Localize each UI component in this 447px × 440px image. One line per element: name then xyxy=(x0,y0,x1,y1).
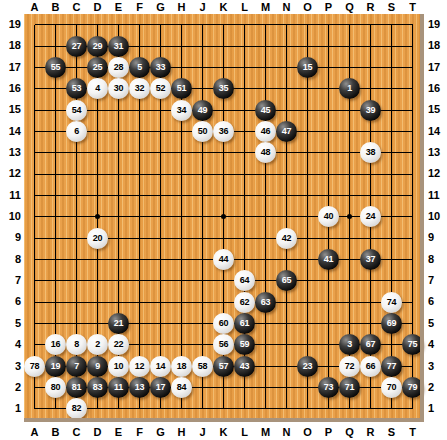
intersection-R16[interactable] xyxy=(360,78,381,99)
intersection-N14[interactable]: 47 xyxy=(276,121,297,142)
intersection-B4[interactable]: 16 xyxy=(45,334,66,355)
intersection-K5[interactable]: 60 xyxy=(213,313,234,334)
intersection-O7[interactable] xyxy=(297,270,318,291)
intersection-J12[interactable] xyxy=(192,163,213,184)
intersection-C7[interactable] xyxy=(66,270,87,291)
intersection-Q3[interactable]: 72 xyxy=(339,356,360,377)
intersection-O14[interactable] xyxy=(297,121,318,142)
intersection-C8[interactable] xyxy=(66,249,87,270)
intersection-O19[interactable] xyxy=(297,14,318,35)
intersection-E11[interactable] xyxy=(108,185,129,206)
intersection-D9[interactable]: 20 xyxy=(87,227,108,248)
intersection-N12[interactable] xyxy=(276,163,297,184)
intersection-R1[interactable] xyxy=(360,398,381,419)
intersection-R14[interactable] xyxy=(360,121,381,142)
intersection-M13[interactable]: 48 xyxy=(255,142,276,163)
intersection-G4[interactable] xyxy=(150,334,171,355)
intersection-M6[interactable]: 63 xyxy=(255,291,276,312)
intersection-R17[interactable] xyxy=(360,57,381,78)
intersection-P7[interactable] xyxy=(318,270,339,291)
intersection-K12[interactable] xyxy=(213,163,234,184)
intersection-B7[interactable] xyxy=(45,270,66,291)
intersection-G1[interactable] xyxy=(150,398,171,419)
intersection-Q4[interactable]: 3 xyxy=(339,334,360,355)
intersection-A1[interactable] xyxy=(24,398,45,419)
intersection-M15[interactable]: 45 xyxy=(255,99,276,120)
intersection-E5[interactable]: 21 xyxy=(108,313,129,334)
intersection-M14[interactable]: 46 xyxy=(255,121,276,142)
intersection-G8[interactable] xyxy=(150,249,171,270)
intersection-Q18[interactable] xyxy=(339,35,360,56)
intersection-E4[interactable]: 22 xyxy=(108,334,129,355)
intersection-D8[interactable] xyxy=(87,249,108,270)
intersection-H2[interactable]: 84 xyxy=(171,377,192,398)
intersection-E1[interactable] xyxy=(108,398,129,419)
intersection-B3[interactable]: 19 xyxy=(45,356,66,377)
intersection-N6[interactable] xyxy=(276,291,297,312)
intersection-L13[interactable] xyxy=(234,142,255,163)
intersection-A11[interactable] xyxy=(24,185,45,206)
intersection-B8[interactable] xyxy=(45,249,66,270)
intersection-G13[interactable] xyxy=(150,142,171,163)
intersection-K9[interactable] xyxy=(213,227,234,248)
intersection-E10[interactable] xyxy=(108,206,129,227)
intersection-A19[interactable] xyxy=(24,14,45,35)
intersection-A12[interactable] xyxy=(24,163,45,184)
intersection-F2[interactable]: 13 xyxy=(129,377,150,398)
intersection-H9[interactable] xyxy=(171,227,192,248)
intersection-H8[interactable] xyxy=(171,249,192,270)
intersection-P2[interactable]: 73 xyxy=(318,377,339,398)
intersection-A5[interactable] xyxy=(24,313,45,334)
intersection-N13[interactable] xyxy=(276,142,297,163)
intersection-H3[interactable]: 18 xyxy=(171,356,192,377)
intersection-A7[interactable] xyxy=(24,270,45,291)
intersection-M3[interactable] xyxy=(255,356,276,377)
intersection-T3[interactable] xyxy=(402,356,423,377)
intersection-N4[interactable] xyxy=(276,334,297,355)
intersection-T9[interactable] xyxy=(402,227,423,248)
intersection-N9[interactable]: 42 xyxy=(276,227,297,248)
intersection-T12[interactable] xyxy=(402,163,423,184)
intersection-D5[interactable] xyxy=(87,313,108,334)
intersection-O6[interactable] xyxy=(297,291,318,312)
intersection-D10[interactable] xyxy=(87,206,108,227)
intersection-S16[interactable] xyxy=(381,78,402,99)
intersection-J8[interactable] xyxy=(192,249,213,270)
intersection-E7[interactable] xyxy=(108,270,129,291)
intersection-A8[interactable] xyxy=(24,249,45,270)
intersection-H19[interactable] xyxy=(171,14,192,35)
intersection-H7[interactable] xyxy=(171,270,192,291)
intersection-C4[interactable]: 8 xyxy=(66,334,87,355)
intersection-N2[interactable] xyxy=(276,377,297,398)
intersection-C2[interactable]: 81 xyxy=(66,377,87,398)
intersection-A3[interactable]: 78 xyxy=(24,356,45,377)
intersection-B13[interactable] xyxy=(45,142,66,163)
intersection-S1[interactable] xyxy=(381,398,402,419)
intersection-J7[interactable] xyxy=(192,270,213,291)
intersection-L3[interactable]: 43 xyxy=(234,356,255,377)
intersection-Q1[interactable] xyxy=(339,398,360,419)
intersection-L7[interactable]: 64 xyxy=(234,270,255,291)
intersection-C14[interactable]: 6 xyxy=(66,121,87,142)
intersection-O2[interactable] xyxy=(297,377,318,398)
intersection-S4[interactable] xyxy=(381,334,402,355)
intersection-Q17[interactable] xyxy=(339,57,360,78)
intersection-A18[interactable] xyxy=(24,35,45,56)
intersection-J17[interactable] xyxy=(192,57,213,78)
intersection-F6[interactable] xyxy=(129,291,150,312)
intersection-F16[interactable]: 32 xyxy=(129,78,150,99)
intersection-Q6[interactable] xyxy=(339,291,360,312)
intersection-C19[interactable] xyxy=(66,14,87,35)
intersection-K18[interactable] xyxy=(213,35,234,56)
intersection-A6[interactable] xyxy=(24,291,45,312)
intersection-C1[interactable]: 82 xyxy=(66,398,87,419)
intersection-A17[interactable] xyxy=(24,57,45,78)
intersection-L10[interactable] xyxy=(234,206,255,227)
intersection-A9[interactable] xyxy=(24,227,45,248)
intersection-E16[interactable]: 30 xyxy=(108,78,129,99)
intersection-R5[interactable] xyxy=(360,313,381,334)
intersection-N16[interactable] xyxy=(276,78,297,99)
intersection-G12[interactable] xyxy=(150,163,171,184)
intersection-M2[interactable] xyxy=(255,377,276,398)
intersection-O4[interactable] xyxy=(297,334,318,355)
intersection-J6[interactable] xyxy=(192,291,213,312)
intersection-P19[interactable] xyxy=(318,14,339,35)
intersection-K6[interactable] xyxy=(213,291,234,312)
intersection-L1[interactable] xyxy=(234,398,255,419)
intersection-M4[interactable] xyxy=(255,334,276,355)
intersection-D1[interactable] xyxy=(87,398,108,419)
intersection-P6[interactable] xyxy=(318,291,339,312)
intersection-S3[interactable]: 77 xyxy=(381,356,402,377)
intersection-B15[interactable] xyxy=(45,99,66,120)
intersection-D6[interactable] xyxy=(87,291,108,312)
intersection-T10[interactable] xyxy=(402,206,423,227)
intersection-R13[interactable]: 38 xyxy=(360,142,381,163)
intersection-H5[interactable] xyxy=(171,313,192,334)
intersection-J14[interactable]: 50 xyxy=(192,121,213,142)
intersection-D11[interactable] xyxy=(87,185,108,206)
intersection-P9[interactable] xyxy=(318,227,339,248)
intersection-L16[interactable] xyxy=(234,78,255,99)
intersection-T4[interactable]: 75 xyxy=(402,334,423,355)
intersection-G11[interactable] xyxy=(150,185,171,206)
intersection-C6[interactable] xyxy=(66,291,87,312)
intersection-N15[interactable] xyxy=(276,99,297,120)
intersection-E3[interactable]: 10 xyxy=(108,356,129,377)
intersection-C5[interactable] xyxy=(66,313,87,334)
intersection-E17[interactable]: 28 xyxy=(108,57,129,78)
intersection-M17[interactable] xyxy=(255,57,276,78)
intersection-K10[interactable] xyxy=(213,206,234,227)
intersection-S17[interactable] xyxy=(381,57,402,78)
intersection-K19[interactable] xyxy=(213,14,234,35)
intersection-L8[interactable] xyxy=(234,249,255,270)
intersection-R6[interactable] xyxy=(360,291,381,312)
intersection-F9[interactable] xyxy=(129,227,150,248)
intersection-A4[interactable] xyxy=(24,334,45,355)
intersection-J4[interactable] xyxy=(192,334,213,355)
intersection-E6[interactable] xyxy=(108,291,129,312)
intersection-A2[interactable] xyxy=(24,377,45,398)
intersection-Q8[interactable] xyxy=(339,249,360,270)
intersection-H13[interactable] xyxy=(171,142,192,163)
intersection-S12[interactable] xyxy=(381,163,402,184)
intersection-F15[interactable] xyxy=(129,99,150,120)
intersection-D16[interactable]: 4 xyxy=(87,78,108,99)
intersection-N17[interactable] xyxy=(276,57,297,78)
intersection-D18[interactable]: 29 xyxy=(87,35,108,56)
intersection-L14[interactable] xyxy=(234,121,255,142)
intersection-Q13[interactable] xyxy=(339,142,360,163)
intersection-T1[interactable] xyxy=(402,398,423,419)
intersection-O1[interactable] xyxy=(297,398,318,419)
intersection-Q14[interactable] xyxy=(339,121,360,142)
intersection-J15[interactable]: 49 xyxy=(192,99,213,120)
intersection-L11[interactable] xyxy=(234,185,255,206)
intersection-T13[interactable] xyxy=(402,142,423,163)
intersection-K17[interactable] xyxy=(213,57,234,78)
intersection-G19[interactable] xyxy=(150,14,171,35)
intersection-G7[interactable] xyxy=(150,270,171,291)
intersection-J18[interactable] xyxy=(192,35,213,56)
intersection-R10[interactable]: 24 xyxy=(360,206,381,227)
intersection-P10[interactable]: 40 xyxy=(318,206,339,227)
intersection-T17[interactable] xyxy=(402,57,423,78)
intersection-Q12[interactable] xyxy=(339,163,360,184)
intersection-D3[interactable]: 9 xyxy=(87,356,108,377)
intersection-H10[interactable] xyxy=(171,206,192,227)
intersection-C15[interactable]: 54 xyxy=(66,99,87,120)
intersection-G6[interactable] xyxy=(150,291,171,312)
intersection-A16[interactable] xyxy=(24,78,45,99)
intersection-O17[interactable]: 15 xyxy=(297,57,318,78)
intersection-T7[interactable] xyxy=(402,270,423,291)
intersection-L6[interactable]: 62 xyxy=(234,291,255,312)
intersection-M12[interactable] xyxy=(255,163,276,184)
intersection-Q7[interactable] xyxy=(339,270,360,291)
intersection-R4[interactable]: 67 xyxy=(360,334,381,355)
intersection-J10[interactable] xyxy=(192,206,213,227)
intersection-B19[interactable] xyxy=(45,14,66,35)
intersection-B5[interactable] xyxy=(45,313,66,334)
intersection-G9[interactable] xyxy=(150,227,171,248)
intersection-F17[interactable]: 5 xyxy=(129,57,150,78)
intersection-R3[interactable]: 66 xyxy=(360,356,381,377)
intersection-L4[interactable]: 59 xyxy=(234,334,255,355)
intersection-G2[interactable]: 17 xyxy=(150,377,171,398)
intersection-P16[interactable] xyxy=(318,78,339,99)
intersection-Q9[interactable] xyxy=(339,227,360,248)
intersection-D17[interactable]: 25 xyxy=(87,57,108,78)
intersection-K14[interactable]: 36 xyxy=(213,121,234,142)
intersection-C18[interactable]: 27 xyxy=(66,35,87,56)
intersection-J5[interactable] xyxy=(192,313,213,334)
intersection-L2[interactable] xyxy=(234,377,255,398)
intersection-A10[interactable] xyxy=(24,206,45,227)
intersection-E9[interactable] xyxy=(108,227,129,248)
intersection-B12[interactable] xyxy=(45,163,66,184)
intersection-C10[interactable] xyxy=(66,206,87,227)
intersection-M18[interactable] xyxy=(255,35,276,56)
intersection-N19[interactable] xyxy=(276,14,297,35)
intersection-S2[interactable]: 70 xyxy=(381,377,402,398)
intersection-J19[interactable] xyxy=(192,14,213,35)
intersection-F18[interactable] xyxy=(129,35,150,56)
intersection-O12[interactable] xyxy=(297,163,318,184)
intersection-P11[interactable] xyxy=(318,185,339,206)
intersection-P18[interactable] xyxy=(318,35,339,56)
intersection-A13[interactable] xyxy=(24,142,45,163)
intersection-G18[interactable] xyxy=(150,35,171,56)
intersection-O3[interactable]: 23 xyxy=(297,356,318,377)
intersection-K4[interactable]: 56 xyxy=(213,334,234,355)
intersection-S18[interactable] xyxy=(381,35,402,56)
intersection-E12[interactable] xyxy=(108,163,129,184)
intersection-H17[interactable] xyxy=(171,57,192,78)
intersection-H12[interactable] xyxy=(171,163,192,184)
intersection-K8[interactable]: 44 xyxy=(213,249,234,270)
intersection-H16[interactable]: 51 xyxy=(171,78,192,99)
intersection-N7[interactable]: 65 xyxy=(276,270,297,291)
intersection-J16[interactable] xyxy=(192,78,213,99)
intersection-M19[interactable] xyxy=(255,14,276,35)
intersection-O15[interactable] xyxy=(297,99,318,120)
intersection-B18[interactable] xyxy=(45,35,66,56)
intersection-G16[interactable]: 52 xyxy=(150,78,171,99)
intersection-F1[interactable] xyxy=(129,398,150,419)
intersection-L15[interactable] xyxy=(234,99,255,120)
intersection-O11[interactable] xyxy=(297,185,318,206)
intersection-T18[interactable] xyxy=(402,35,423,56)
intersection-T11[interactable] xyxy=(402,185,423,206)
intersection-O16[interactable] xyxy=(297,78,318,99)
intersection-R2[interactable] xyxy=(360,377,381,398)
intersection-H6[interactable] xyxy=(171,291,192,312)
intersection-E15[interactable] xyxy=(108,99,129,120)
intersection-M1[interactable] xyxy=(255,398,276,419)
intersection-T6[interactable] xyxy=(402,291,423,312)
intersection-S7[interactable] xyxy=(381,270,402,291)
intersection-R7[interactable] xyxy=(360,270,381,291)
intersection-Q11[interactable] xyxy=(339,185,360,206)
intersection-O18[interactable] xyxy=(297,35,318,56)
intersection-C11[interactable] xyxy=(66,185,87,206)
intersection-D14[interactable] xyxy=(87,121,108,142)
intersection-L17[interactable] xyxy=(234,57,255,78)
intersection-G5[interactable] xyxy=(150,313,171,334)
intersection-N18[interactable] xyxy=(276,35,297,56)
intersection-L5[interactable]: 61 xyxy=(234,313,255,334)
intersection-C3[interactable]: 7 xyxy=(66,356,87,377)
intersection-B16[interactable] xyxy=(45,78,66,99)
intersection-D15[interactable] xyxy=(87,99,108,120)
intersection-E13[interactable] xyxy=(108,142,129,163)
intersection-S14[interactable] xyxy=(381,121,402,142)
intersection-Q2[interactable]: 71 xyxy=(339,377,360,398)
intersection-P17[interactable] xyxy=(318,57,339,78)
intersection-S15[interactable] xyxy=(381,99,402,120)
intersection-T5[interactable] xyxy=(402,313,423,334)
intersection-R11[interactable] xyxy=(360,185,381,206)
intersection-K16[interactable]: 35 xyxy=(213,78,234,99)
intersection-P14[interactable] xyxy=(318,121,339,142)
intersection-F5[interactable] xyxy=(129,313,150,334)
intersection-J11[interactable] xyxy=(192,185,213,206)
intersection-S8[interactable] xyxy=(381,249,402,270)
intersection-D19[interactable] xyxy=(87,14,108,35)
intersection-S19[interactable] xyxy=(381,14,402,35)
intersection-O10[interactable] xyxy=(297,206,318,227)
intersection-F10[interactable] xyxy=(129,206,150,227)
intersection-S5[interactable]: 69 xyxy=(381,313,402,334)
intersection-M11[interactable] xyxy=(255,185,276,206)
intersection-B2[interactable]: 80 xyxy=(45,377,66,398)
intersection-G15[interactable] xyxy=(150,99,171,120)
intersection-B1[interactable] xyxy=(45,398,66,419)
intersection-G14[interactable] xyxy=(150,121,171,142)
intersection-S9[interactable] xyxy=(381,227,402,248)
intersection-H11[interactable] xyxy=(171,185,192,206)
intersection-J1[interactable] xyxy=(192,398,213,419)
intersection-B14[interactable] xyxy=(45,121,66,142)
go-board[interactable]: 2729315525285331553430325251351543449453… xyxy=(24,14,424,422)
intersection-B10[interactable] xyxy=(45,206,66,227)
intersection-A15[interactable] xyxy=(24,99,45,120)
intersection-P15[interactable] xyxy=(318,99,339,120)
intersection-H18[interactable] xyxy=(171,35,192,56)
intersection-B11[interactable] xyxy=(45,185,66,206)
intersection-Q5[interactable] xyxy=(339,313,360,334)
intersection-T8[interactable] xyxy=(402,249,423,270)
intersection-S6[interactable]: 74 xyxy=(381,291,402,312)
intersection-G3[interactable]: 14 xyxy=(150,356,171,377)
intersection-O9[interactable] xyxy=(297,227,318,248)
intersection-S10[interactable] xyxy=(381,206,402,227)
intersection-D12[interactable] xyxy=(87,163,108,184)
intersection-G17[interactable]: 33 xyxy=(150,57,171,78)
intersection-R15[interactable]: 39 xyxy=(360,99,381,120)
intersection-P13[interactable] xyxy=(318,142,339,163)
intersection-T14[interactable] xyxy=(402,121,423,142)
intersection-M10[interactable] xyxy=(255,206,276,227)
intersection-J3[interactable]: 58 xyxy=(192,356,213,377)
intersection-N10[interactable] xyxy=(276,206,297,227)
intersection-L19[interactable] xyxy=(234,14,255,35)
intersection-S13[interactable] xyxy=(381,142,402,163)
intersection-P5[interactable] xyxy=(318,313,339,334)
intersection-C17[interactable] xyxy=(66,57,87,78)
intersection-Q10[interactable] xyxy=(339,206,360,227)
intersection-B9[interactable] xyxy=(45,227,66,248)
intersection-L9[interactable] xyxy=(234,227,255,248)
intersection-E8[interactable] xyxy=(108,249,129,270)
intersection-M9[interactable] xyxy=(255,227,276,248)
intersection-S11[interactable] xyxy=(381,185,402,206)
intersection-Q16[interactable]: 1 xyxy=(339,78,360,99)
intersection-F8[interactable] xyxy=(129,249,150,270)
intersection-O13[interactable] xyxy=(297,142,318,163)
intersection-C13[interactable] xyxy=(66,142,87,163)
intersection-J13[interactable] xyxy=(192,142,213,163)
intersection-R18[interactable] xyxy=(360,35,381,56)
intersection-F19[interactable] xyxy=(129,14,150,35)
intersection-D13[interactable] xyxy=(87,142,108,163)
